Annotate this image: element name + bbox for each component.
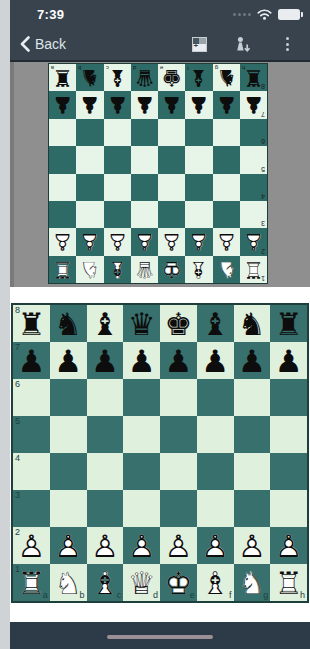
square-e4[interactable] xyxy=(160,453,197,490)
home-bar xyxy=(10,622,310,649)
white-pawn-icon: ♟♙ xyxy=(213,228,240,255)
square-f4[interactable] xyxy=(197,453,234,490)
black-pawn-icon: ♟ xyxy=(270,342,307,379)
square-e3[interactable] xyxy=(160,490,197,527)
board-add-icon xyxy=(192,37,207,52)
black-pawn-icon: ♟ xyxy=(213,91,240,118)
square-g4 xyxy=(213,174,240,201)
coordinate-label: 3 xyxy=(15,491,20,500)
square-b1: ♞♘ xyxy=(76,256,103,283)
square-c8[interactable]: ♝ xyxy=(87,305,124,342)
square-f2[interactable]: ♟♙ xyxy=(197,527,234,564)
square-e6 xyxy=(158,119,185,146)
coordinate-label: 4 xyxy=(15,454,20,463)
white-pawn-icon: ♟♙ xyxy=(185,228,212,255)
square-h3[interactable] xyxy=(270,490,307,527)
black-pawn-icon: ♟ xyxy=(197,342,234,379)
white-king-icon: ♚♔ xyxy=(158,256,185,283)
square-e8[interactable]: ♚ xyxy=(160,305,197,342)
white-pawn-icon: ♟♙ xyxy=(50,527,87,564)
square-c3[interactable] xyxy=(87,490,124,527)
coordinate-label: 5 xyxy=(261,166,265,173)
square-b3 xyxy=(76,201,103,228)
square-f5 xyxy=(185,146,212,173)
square-d5 xyxy=(131,146,158,173)
back-chevron-icon xyxy=(20,36,30,52)
coordinate-label: d xyxy=(153,591,158,600)
square-a4[interactable]: 4 xyxy=(13,453,50,490)
photo-board: ♜a♞b♝c♛d♚e♝f♞g♜8h♟♟♟♟♟♟♟♟76543♟♙♟♙♟♙♟♙♟♙… xyxy=(48,63,268,284)
square-d8: ♛d xyxy=(131,64,158,91)
square-h4[interactable] xyxy=(270,453,307,490)
square-h1[interactable]: ♜♖h xyxy=(270,564,307,601)
square-h5: 5 xyxy=(240,146,267,173)
square-e6[interactable] xyxy=(160,379,197,416)
coordinate-label: f xyxy=(229,591,232,600)
coordinate-label: 1 xyxy=(261,275,265,282)
square-h8: ♜8h xyxy=(240,64,267,91)
square-a3[interactable]: 3 xyxy=(13,490,50,527)
coordinate-label: 1 xyxy=(15,565,20,574)
black-pawn-icon: ♟ xyxy=(131,91,158,118)
black-king-icon: ♚ xyxy=(160,305,197,342)
square-a4 xyxy=(49,174,76,201)
square-b4 xyxy=(76,174,103,201)
square-c4[interactable] xyxy=(87,453,124,490)
square-h2[interactable]: ♟♙ xyxy=(270,527,307,564)
coordinate-label: 2 xyxy=(15,528,20,537)
square-e7[interactable]: ♟ xyxy=(160,342,197,379)
square-h3: 3 xyxy=(240,201,267,228)
wifi-icon xyxy=(257,9,272,20)
white-pawn-icon: ♟♙ xyxy=(104,228,131,255)
divider-gap xyxy=(10,287,310,303)
square-a6[interactable]: 6 xyxy=(13,379,50,416)
square-h6: 6 xyxy=(240,119,267,146)
square-b4[interactable] xyxy=(50,453,87,490)
black-pawn-icon: ♟ xyxy=(87,342,124,379)
square-g7[interactable]: ♟ xyxy=(234,342,271,379)
new-board-button[interactable] xyxy=(190,35,208,53)
square-d3 xyxy=(131,201,158,228)
coordinate-label: e xyxy=(190,591,195,600)
square-a1: ♜♖ xyxy=(49,256,76,283)
square-g5[interactable] xyxy=(234,416,271,453)
white-bishop-icon: ♝♗ xyxy=(185,256,212,283)
coordinate-label: a xyxy=(51,65,54,71)
white-queen-icon: ♛♕ xyxy=(131,256,158,283)
square-c1[interactable]: ♝♗c xyxy=(87,564,124,601)
square-c7: ♟ xyxy=(104,91,131,118)
white-pawn-icon: ♟♙ xyxy=(197,527,234,564)
source-image-preview[interactable]: ♜a♞b♝c♛d♚e♝f♞g♜8h♟♟♟♟♟♟♟♟76543♟♙♟♙♟♙♟♙♟♙… xyxy=(10,62,310,287)
square-g1: ♞♘ xyxy=(213,256,240,283)
white-pawn-icon: ♟♙ xyxy=(76,228,103,255)
square-d2: ♟♙ xyxy=(131,228,158,255)
square-b7[interactable]: ♟ xyxy=(50,342,87,379)
square-g3 xyxy=(213,201,240,228)
coordinate-label: f xyxy=(187,65,189,71)
square-d8[interactable]: ♛ xyxy=(123,305,160,342)
square-g7: ♟ xyxy=(213,91,240,118)
coordinate-label: 5 xyxy=(15,417,20,426)
black-pawn-icon: ♟ xyxy=(76,91,103,118)
square-f3[interactable] xyxy=(197,490,234,527)
navigation-bar: Back xyxy=(10,28,310,62)
black-pawn-icon: ♟ xyxy=(160,342,197,379)
coordinate-label: 7 xyxy=(15,343,20,352)
square-a5 xyxy=(49,146,76,173)
black-bishop-icon: ♝ xyxy=(197,305,234,342)
square-g8[interactable]: ♞ xyxy=(234,305,271,342)
battery-icon xyxy=(278,9,300,20)
coordinate-label: b xyxy=(79,591,84,600)
square-d3[interactable] xyxy=(123,490,160,527)
black-queen-icon: ♛ xyxy=(123,305,160,342)
white-pawn-icon: ♟♙ xyxy=(270,527,307,564)
coordinate-label: 3 xyxy=(261,220,265,227)
square-h7: ♟7 xyxy=(240,91,267,118)
square-b2[interactable]: ♟♙ xyxy=(50,527,87,564)
square-a8: ♜a xyxy=(49,64,76,91)
coordinate-label: 2 xyxy=(261,248,265,255)
white-pawn-icon: ♟♙ xyxy=(87,527,124,564)
square-f8: ♝f xyxy=(185,64,212,91)
square-d7: ♟ xyxy=(131,91,158,118)
piece-download-icon xyxy=(235,36,251,53)
square-g5 xyxy=(213,146,240,173)
square-g2[interactable]: ♟♙ xyxy=(234,527,271,564)
black-pawn-icon: ♟ xyxy=(50,342,87,379)
coordinate-label: h xyxy=(300,591,305,600)
square-c7[interactable]: ♟ xyxy=(87,342,124,379)
square-d1[interactable]: ♛♕d xyxy=(123,564,160,601)
square-e3 xyxy=(158,201,185,228)
status-icons xyxy=(233,9,300,20)
square-f1: ♝♗ xyxy=(185,256,212,283)
square-b7: ♟ xyxy=(76,91,103,118)
square-d1: ♛♕ xyxy=(131,256,158,283)
cellular-signal-icon xyxy=(233,13,251,16)
square-a3 xyxy=(49,201,76,228)
coordinate-label: g xyxy=(215,65,218,71)
square-h5[interactable] xyxy=(270,416,307,453)
square-b5[interactable] xyxy=(50,416,87,453)
main-board-area: ♜8♞♝♛♚♝♞♜♟7♟♟♟♟♟♟♟6543♟♙2♟♙♟♙♟♙♟♙♟♙♟♙♟♙♜… xyxy=(10,303,310,603)
square-c5 xyxy=(104,146,131,173)
square-b8: ♞b xyxy=(76,64,103,91)
toolbar-icons xyxy=(190,35,296,53)
square-e7: ♟ xyxy=(158,91,185,118)
square-d4 xyxy=(131,174,158,201)
black-knight-icon: ♞ xyxy=(50,305,87,342)
back-button-label: Back xyxy=(35,36,66,52)
square-h4: 4 xyxy=(240,174,267,201)
square-g4[interactable] xyxy=(234,453,271,490)
square-c3 xyxy=(104,201,131,228)
square-c2[interactable]: ♟♙ xyxy=(87,527,124,564)
square-g3[interactable] xyxy=(234,490,271,527)
square-a5[interactable]: 5 xyxy=(13,416,50,453)
white-pawn-icon: ♟♙ xyxy=(160,527,197,564)
square-a2[interactable]: ♟♙2 xyxy=(13,527,50,564)
back-button[interactable]: Back xyxy=(20,36,66,52)
white-bishop-icon: ♝♗ xyxy=(104,256,131,283)
square-a2: ♟♙ xyxy=(49,228,76,255)
coordinate-label: e xyxy=(160,65,163,71)
square-h7[interactable]: ♟ xyxy=(270,342,307,379)
black-pawn-icon: ♟ xyxy=(234,342,271,379)
square-d6[interactable] xyxy=(123,379,160,416)
coordinate-label: c xyxy=(117,591,122,600)
square-f6 xyxy=(185,119,212,146)
square-g1[interactable]: ♞♘g xyxy=(234,564,271,601)
square-e8: ♚e xyxy=(158,64,185,91)
black-bishop-icon: ♝ xyxy=(87,305,124,342)
coordinate-label: c xyxy=(106,65,109,71)
square-d7[interactable]: ♟ xyxy=(123,342,160,379)
square-f6[interactable] xyxy=(197,379,234,416)
square-c5[interactable] xyxy=(87,416,124,453)
more-menu-button[interactable] xyxy=(278,35,296,53)
square-e2: ♟♙ xyxy=(158,228,185,255)
square-h8[interactable]: ♜ xyxy=(270,305,307,342)
black-pawn-icon: ♟ xyxy=(104,91,131,118)
more-menu-icon xyxy=(286,37,289,51)
square-d6 xyxy=(131,119,158,146)
white-pawn-icon: ♟♙ xyxy=(131,228,158,255)
white-bishop-icon: ♝♗ xyxy=(197,564,234,601)
square-f4 xyxy=(185,174,212,201)
app-screen: 7:39 Back xyxy=(10,0,310,649)
square-a1[interactable]: ♜♖1a xyxy=(13,564,50,601)
coordinate-label: 6 xyxy=(15,380,20,389)
square-c6[interactable] xyxy=(87,379,124,416)
square-e1: ♚♔ xyxy=(158,256,185,283)
square-a8[interactable]: ♜8 xyxy=(13,305,50,342)
black-pawn-icon: ♟ xyxy=(49,91,76,118)
black-bishop-icon: ♝ xyxy=(185,64,212,91)
square-f2: ♟♙ xyxy=(185,228,212,255)
square-b2: ♟♙ xyxy=(76,228,103,255)
coordinate-label: g xyxy=(263,591,268,600)
white-knight-icon: ♞♘ xyxy=(76,256,103,283)
square-d2[interactable]: ♟♙ xyxy=(123,527,160,564)
square-c2: ♟♙ xyxy=(104,228,131,255)
status-bar: 7:39 xyxy=(10,0,310,28)
square-g8: ♞g xyxy=(213,64,240,91)
black-pawn-icon: ♟ xyxy=(185,91,212,118)
square-a6 xyxy=(49,119,76,146)
black-pawn-icon: ♟ xyxy=(158,91,185,118)
square-c6 xyxy=(104,119,131,146)
square-e5[interactable] xyxy=(160,416,197,453)
square-f7: ♟ xyxy=(185,91,212,118)
square-b3[interactable] xyxy=(50,490,87,527)
square-c4 xyxy=(104,174,131,201)
square-g6 xyxy=(213,119,240,146)
home-indicator[interactable] xyxy=(107,635,213,639)
square-b6 xyxy=(76,119,103,146)
white-pawn-icon: ♟♙ xyxy=(49,228,76,255)
white-pawn-icon: ♟♙ xyxy=(123,527,160,564)
export-position-button[interactable] xyxy=(234,35,252,53)
square-h6[interactable] xyxy=(270,379,307,416)
square-a7: ♟ xyxy=(49,91,76,118)
square-e4 xyxy=(158,174,185,201)
black-pawn-icon: ♟ xyxy=(123,342,160,379)
square-g6[interactable] xyxy=(234,379,271,416)
coordinate-label: d xyxy=(133,65,136,71)
bottom-gap xyxy=(10,603,310,622)
main-board: ♜8♞♝♛♚♝♞♜♟7♟♟♟♟♟♟♟6543♟♙2♟♙♟♙♟♙♟♙♟♙♟♙♟♙♜… xyxy=(11,303,309,603)
coordinate-label: a xyxy=(43,591,48,600)
black-knight-icon: ♞ xyxy=(234,305,271,342)
black-rook-icon: ♜ xyxy=(270,305,307,342)
clock: 7:39 xyxy=(37,7,64,22)
square-e5 xyxy=(158,146,185,173)
square-c1: ♝♗ xyxy=(104,256,131,283)
white-pawn-icon: ♟♙ xyxy=(234,527,271,564)
square-e1[interactable]: ♚♔e xyxy=(160,564,197,601)
white-rook-icon: ♜♖ xyxy=(49,256,76,283)
square-f1[interactable]: ♝♗f xyxy=(197,564,234,601)
coordinate-label: b xyxy=(78,65,81,71)
coordinate-label: 6 xyxy=(261,138,265,145)
square-e2[interactable]: ♟♙ xyxy=(160,527,197,564)
square-g2: ♟♙ xyxy=(213,228,240,255)
coordinate-label: 8 xyxy=(15,306,20,315)
coordinate-label: 8 xyxy=(261,83,265,90)
coordinate-label: 4 xyxy=(261,193,265,200)
square-f8[interactable]: ♝ xyxy=(197,305,234,342)
coordinate-label: h xyxy=(242,65,245,71)
square-a7[interactable]: ♟7 xyxy=(13,342,50,379)
square-b8[interactable]: ♞ xyxy=(50,305,87,342)
square-b5 xyxy=(76,146,103,173)
square-f5[interactable] xyxy=(197,416,234,453)
white-knight-icon: ♞♘ xyxy=(213,256,240,283)
white-pawn-icon: ♟♙ xyxy=(158,228,185,255)
square-f7[interactable]: ♟ xyxy=(197,342,234,379)
square-h2: ♟♙2 xyxy=(240,228,267,255)
square-b6[interactable] xyxy=(50,379,87,416)
square-c8: ♝c xyxy=(104,64,131,91)
coordinate-label: 7 xyxy=(261,111,265,118)
square-d5[interactable] xyxy=(123,416,160,453)
square-f3 xyxy=(185,201,212,228)
square-h1: ♜♖1 xyxy=(240,256,267,283)
square-d4[interactable] xyxy=(123,453,160,490)
square-b1[interactable]: ♞♘b xyxy=(50,564,87,601)
